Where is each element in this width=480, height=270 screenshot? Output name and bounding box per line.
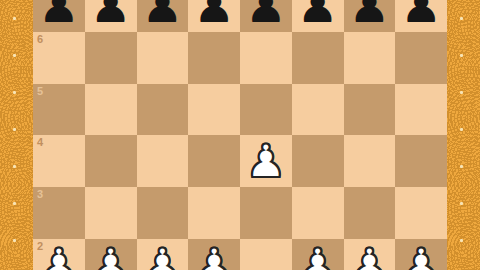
square-f5[interactable]: [292, 84, 344, 136]
square-d3[interactable]: [188, 187, 240, 239]
rank-label-4: 4: [37, 136, 43, 148]
square-c7[interactable]: ♟: [137, 0, 189, 32]
square-b7[interactable]: ♟: [85, 0, 137, 32]
black-pawn-d7[interactable]: ♟: [194, 0, 235, 32]
square-a6[interactable]: 6: [33, 32, 85, 84]
square-f6[interactable]: [292, 32, 344, 84]
square-g3[interactable]: [344, 187, 396, 239]
right-border-pattern: [447, 0, 480, 270]
white-pawn-d2[interactable]: ♟: [194, 242, 235, 270]
left-border-pattern: [0, 0, 33, 270]
square-e7[interactable]: ♟: [240, 0, 292, 32]
square-f4[interactable]: [292, 135, 344, 187]
square-h6[interactable]: [395, 32, 447, 84]
white-pawn-e4[interactable]: ♟: [245, 138, 286, 187]
black-pawn-h7[interactable]: ♟: [401, 0, 442, 32]
square-e3[interactable]: [240, 187, 292, 239]
square-c3[interactable]: [137, 187, 189, 239]
square-h5[interactable]: [395, 84, 447, 136]
rank-label-6: 6: [37, 33, 43, 45]
square-b5[interactable]: [85, 84, 137, 136]
chess-board[interactable]: ♟♟♟♟♟♟♟♟654♟32♟♟♟♟♟♟♟: [33, 0, 447, 270]
square-g6[interactable]: [344, 32, 396, 84]
square-h3[interactable]: [395, 187, 447, 239]
square-h4[interactable]: [395, 135, 447, 187]
square-e6[interactable]: [240, 32, 292, 84]
square-a2[interactable]: 2♟: [33, 239, 85, 270]
square-c5[interactable]: [137, 84, 189, 136]
black-pawn-e7[interactable]: ♟: [245, 0, 286, 32]
white-pawn-h2[interactable]: ♟: [401, 242, 442, 270]
square-a4[interactable]: 4: [33, 135, 85, 187]
square-c4[interactable]: [137, 135, 189, 187]
square-g5[interactable]: [344, 84, 396, 136]
rank-label-3: 3: [37, 188, 43, 200]
square-e2[interactable]: [240, 239, 292, 270]
square-f3[interactable]: [292, 187, 344, 239]
square-f7[interactable]: ♟: [292, 0, 344, 32]
square-b3[interactable]: [85, 187, 137, 239]
square-f2[interactable]: ♟: [292, 239, 344, 270]
black-pawn-b7[interactable]: ♟: [90, 0, 131, 32]
white-pawn-c2[interactable]: ♟: [142, 242, 183, 270]
white-pawn-f2[interactable]: ♟: [297, 242, 338, 270]
square-b6[interactable]: [85, 32, 137, 84]
square-g4[interactable]: [344, 135, 396, 187]
square-e5[interactable]: [240, 84, 292, 136]
black-pawn-a7[interactable]: ♟: [38, 0, 79, 32]
square-h2[interactable]: ♟: [395, 239, 447, 270]
square-e4[interactable]: ♟: [240, 135, 292, 187]
square-d4[interactable]: [188, 135, 240, 187]
square-a5[interactable]: 5: [33, 84, 85, 136]
black-pawn-g7[interactable]: ♟: [349, 0, 390, 32]
square-b4[interactable]: [85, 135, 137, 187]
rank-label-5: 5: [37, 85, 43, 97]
square-g2[interactable]: ♟: [344, 239, 396, 270]
square-b2[interactable]: ♟: [85, 239, 137, 270]
square-d2[interactable]: ♟: [188, 239, 240, 270]
square-c6[interactable]: [137, 32, 189, 84]
square-a3[interactable]: 3: [33, 187, 85, 239]
white-pawn-g2[interactable]: ♟: [349, 242, 390, 270]
square-a7[interactable]: ♟: [33, 0, 85, 32]
square-d5[interactable]: [188, 84, 240, 136]
square-g7[interactable]: ♟: [344, 0, 396, 32]
rank-label-2: 2: [37, 240, 43, 252]
black-pawn-c7[interactable]: ♟: [142, 0, 183, 32]
square-d6[interactable]: [188, 32, 240, 84]
video-frame: ♟♟♟♟♟♟♟♟654♟32♟♟♟♟♟♟♟: [0, 0, 480, 270]
black-pawn-f7[interactable]: ♟: [297, 0, 338, 32]
white-pawn-b2[interactable]: ♟: [90, 242, 131, 270]
square-h7[interactable]: ♟: [395, 0, 447, 32]
square-d7[interactable]: ♟: [188, 0, 240, 32]
square-c2[interactable]: ♟: [137, 239, 189, 270]
white-pawn-a2[interactable]: ♟: [38, 242, 79, 270]
